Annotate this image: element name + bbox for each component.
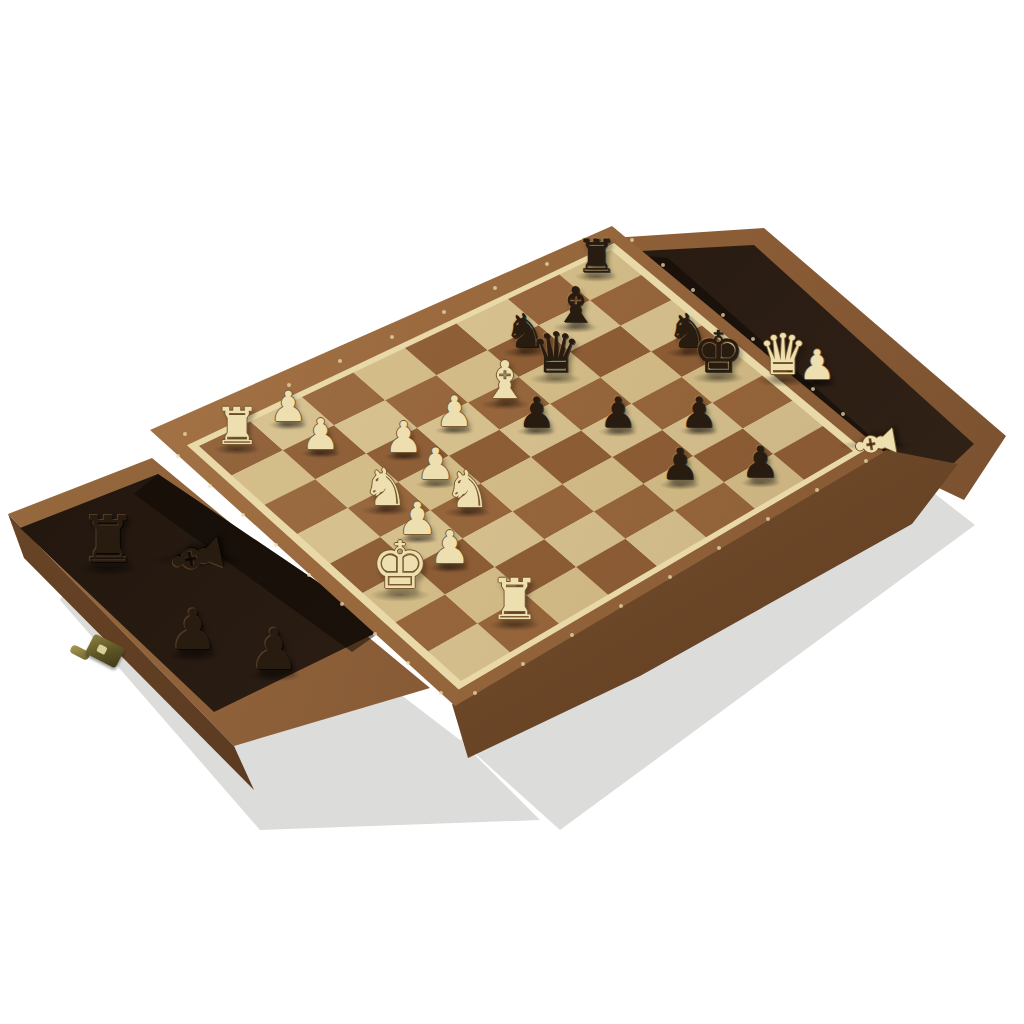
frame-inlay-dot: [338, 359, 342, 363]
frame-inlay-dot: [766, 517, 770, 521]
chess-board[interactable]: ♜♟♟♟♟♝♞♟♟♞♚♟♜♜♞♝♛♞♚♟♟♟♟♟♛♟♝♜♝♟♟: [0, 0, 1024, 1024]
frame-inlay-dot: [661, 263, 665, 267]
piece-white-pawn-b2[interactable]: ♟: [301, 413, 339, 456]
frame-inlay-dot: [521, 662, 525, 666]
frame-inlay-dot: [406, 661, 410, 665]
frame-inlay-dot: [307, 573, 311, 577]
frame-inlay-dot: [442, 310, 446, 314]
captured-white-bishop-2[interactable]: ♝: [846, 415, 906, 471]
piece-white-knight-e3[interactable]: ♞: [445, 464, 491, 515]
frame-inlay-dot: [241, 513, 245, 517]
frame-inlay-dot: [208, 484, 212, 488]
frame-inlay-dot: [340, 602, 344, 606]
piece-black-king-e8[interactable]: ♚: [692, 323, 744, 381]
frame-inlay-dot: [751, 337, 755, 341]
captured-black-pawn-2[interactable]: ♟: [168, 602, 218, 658]
frame-inlay-dot: [390, 335, 394, 339]
frame-inlay-dot: [493, 286, 497, 290]
piece-white-king-f1[interactable]: ♚: [371, 533, 429, 598]
board-sheen: [0, 0, 1024, 1024]
frame-inlay-dot: [721, 313, 725, 317]
piece-black-rook-a8[interactable]: ♜: [576, 232, 618, 278]
frame-inlay-dot: [176, 454, 180, 458]
frame-inlay-dot: [815, 488, 819, 492]
piece-black-pawn-g6[interactable]: ♟: [661, 444, 700, 487]
captured-white-pawn-1[interactable]: ♟: [799, 345, 836, 386]
frame-inlay-dot: [373, 632, 377, 636]
piece-black-pawn-e6[interactable]: ♟: [599, 392, 637, 434]
piece-black-pawn-f7[interactable]: ♟: [680, 391, 718, 433]
frame-inlay-dot: [619, 604, 623, 608]
frame-inlay-dot: [717, 546, 721, 550]
frame-inlay-dot: [570, 633, 574, 637]
frame-inlay-dot: [183, 432, 187, 436]
captured-black-rook-0[interactable]: ♜: [79, 508, 137, 573]
piece-black-pawn-d5[interactable]: ♟: [518, 392, 556, 434]
frame-inlay-dot: [630, 238, 634, 242]
frame-inlay-dot: [274, 543, 278, 547]
frame-inlay-dot: [473, 691, 477, 695]
captured-black-bishop-1[interactable]: ♝: [159, 521, 236, 593]
frame-inlay-dot: [691, 288, 695, 292]
frame-inlay-dot: [439, 691, 443, 695]
frame-inlay-dot: [545, 262, 549, 266]
piece-white-rook-a1[interactable]: ♜: [214, 401, 260, 452]
frame-inlay-dot: [841, 412, 845, 416]
captured-black-pawn-3[interactable]: ♟: [249, 622, 300, 679]
frame-inlay-dot: [668, 575, 672, 579]
piece-white-pawn-f2[interactable]: ♟: [430, 525, 471, 570]
piece-black-queen-c6[interactable]: ♛: [531, 326, 581, 382]
piece-white-rook-h2[interactable]: ♜: [489, 572, 540, 628]
piece-white-pawn-c4[interactable]: ♟: [435, 391, 473, 433]
chess-set-scene: ♜♟♟♟♟♝♞♟♟♞♚♟♜♜♞♝♛♞♚♟♟♟♟♟♛♟♝♜♝♟♟: [0, 0, 1024, 1024]
piece-black-pawn-h7[interactable]: ♟: [741, 442, 780, 485]
